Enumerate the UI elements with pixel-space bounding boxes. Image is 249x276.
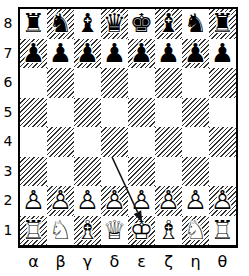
white-pawn-piece: ♟♙ bbox=[20, 186, 47, 216]
square-α8: ♜♜ bbox=[20, 9, 47, 39]
white-rook-piece: ♜♖ bbox=[20, 216, 47, 246]
square-η6 bbox=[182, 68, 209, 98]
white-knight-piece: ♞♘ bbox=[47, 216, 74, 246]
black-knight-piece: ♞♞ bbox=[47, 9, 74, 39]
square-α2: ♟♙ bbox=[20, 186, 47, 216]
white-pawn-piece: ♟♙ bbox=[128, 186, 155, 216]
rank-label-6: 6 bbox=[0, 68, 16, 98]
black-king-piece: ♚♚ bbox=[128, 9, 155, 39]
white-pawn-piece: ♟♙ bbox=[74, 186, 101, 216]
square-η7: ♟♟ bbox=[182, 39, 209, 69]
black-pawn-piece: ♟♟ bbox=[155, 39, 182, 69]
piece-glyph: ♞ bbox=[47, 9, 74, 39]
piece-glyph: ♙ bbox=[20, 186, 47, 216]
square-β3 bbox=[47, 157, 74, 187]
square-δ2: ♟♙ bbox=[101, 186, 128, 216]
white-bishop-piece: ♝♗ bbox=[74, 216, 101, 246]
piece-glyph: ♟ bbox=[47, 39, 74, 69]
piece-glyph: ♚ bbox=[128, 9, 155, 39]
piece-glyph: ♟ bbox=[101, 39, 128, 69]
square-ε1: ♚♔ bbox=[128, 216, 155, 246]
square-θ7: ♟♟ bbox=[209, 39, 236, 69]
black-pawn-piece: ♟♟ bbox=[182, 39, 209, 69]
square-α7: ♟♟ bbox=[20, 39, 47, 69]
file-label-η: η bbox=[182, 251, 209, 273]
square-η1: ♞♘ bbox=[182, 216, 209, 246]
piece-glyph: ♟ bbox=[128, 39, 155, 69]
piece-glyph: ♙ bbox=[128, 186, 155, 216]
square-δ8: ♛♛ bbox=[101, 9, 128, 39]
board-grid: ♜♜♞♞♝♝♛♛♚♚♝♝♞♞♜♜♟♟♟♟♟♟♟♟♟♟♟♟♟♟♟♟♟♙♟♙♟♙♟♙… bbox=[20, 9, 236, 245]
piece-glyph: ♘ bbox=[47, 216, 74, 246]
square-θ8: ♜♜ bbox=[209, 9, 236, 39]
square-η3 bbox=[182, 157, 209, 187]
file-labels: αβγδεζηθ bbox=[20, 251, 236, 273]
white-pawn-piece: ♟♙ bbox=[209, 186, 236, 216]
piece-glyph: ♟ bbox=[209, 39, 236, 69]
piece-glyph: ♖ bbox=[20, 216, 47, 246]
rank-label-8: 8 bbox=[0, 9, 16, 39]
square-ζ1: ♝♗ bbox=[155, 216, 182, 246]
square-ε5 bbox=[128, 98, 155, 128]
file-label-α: α bbox=[20, 251, 47, 273]
piece-glyph: ♜ bbox=[209, 9, 236, 39]
white-bishop-piece: ♝♗ bbox=[155, 216, 182, 246]
square-ζ7: ♟♟ bbox=[155, 39, 182, 69]
square-β1: ♞♘ bbox=[47, 216, 74, 246]
square-γ7: ♟♟ bbox=[74, 39, 101, 69]
square-β5 bbox=[47, 98, 74, 128]
white-queen-piece: ♛♕ bbox=[101, 216, 128, 246]
square-β2: ♟♙ bbox=[47, 186, 74, 216]
square-γ6 bbox=[74, 68, 101, 98]
black-bishop-piece: ♝♝ bbox=[155, 9, 182, 39]
square-ε2: ♟♙ bbox=[128, 186, 155, 216]
black-bishop-piece: ♝♝ bbox=[74, 9, 101, 39]
black-pawn-piece: ♟♟ bbox=[101, 39, 128, 69]
square-ε7: ♟♟ bbox=[128, 39, 155, 69]
square-θ2: ♟♙ bbox=[209, 186, 236, 216]
square-η2: ♟♙ bbox=[182, 186, 209, 216]
square-δ7: ♟♟ bbox=[101, 39, 128, 69]
square-β7: ♟♟ bbox=[47, 39, 74, 69]
piece-glyph: ♜ bbox=[20, 9, 47, 39]
white-pawn-piece: ♟♙ bbox=[101, 186, 128, 216]
piece-glyph: ♛ bbox=[101, 9, 128, 39]
square-α5 bbox=[20, 98, 47, 128]
piece-glyph: ♞ bbox=[182, 9, 209, 39]
piece-glyph: ♙ bbox=[47, 186, 74, 216]
square-β4 bbox=[47, 127, 74, 157]
square-ε4 bbox=[128, 127, 155, 157]
black-pawn-piece: ♟♟ bbox=[209, 39, 236, 69]
chess-board: ♜♜♞♞♝♝♛♛♚♚♝♝♞♞♜♜♟♟♟♟♟♟♟♟♟♟♟♟♟♟♟♟♟♙♟♙♟♙♟♙… bbox=[18, 7, 238, 248]
file-label-θ: θ bbox=[209, 251, 236, 273]
piece-glyph: ♔ bbox=[128, 216, 155, 246]
piece-glyph: ♟ bbox=[20, 39, 47, 69]
white-pawn-piece: ♟♙ bbox=[182, 186, 209, 216]
rank-labels: 87654321 bbox=[0, 9, 16, 245]
square-η5 bbox=[182, 98, 209, 128]
rank-label-3: 3 bbox=[0, 157, 16, 187]
piece-glyph: ♟ bbox=[182, 39, 209, 69]
black-pawn-piece: ♟♟ bbox=[20, 39, 47, 69]
piece-glyph: ♟ bbox=[74, 39, 101, 69]
piece-glyph: ♝ bbox=[74, 9, 101, 39]
square-α4 bbox=[20, 127, 47, 157]
rank-label-7: 7 bbox=[0, 39, 16, 69]
rank-label-5: 5 bbox=[0, 98, 16, 128]
rank-label-4: 4 bbox=[0, 127, 16, 157]
black-rook-piece: ♜♜ bbox=[209, 9, 236, 39]
piece-glyph: ♝ bbox=[155, 9, 182, 39]
black-queen-piece: ♛♛ bbox=[101, 9, 128, 39]
piece-glyph: ♙ bbox=[209, 186, 236, 216]
square-θ1: ♜♖ bbox=[209, 216, 236, 246]
piece-glyph: ♗ bbox=[155, 216, 182, 246]
square-η8: ♞♞ bbox=[182, 9, 209, 39]
square-β8: ♞♞ bbox=[47, 9, 74, 39]
square-η4 bbox=[182, 127, 209, 157]
piece-glyph: ♙ bbox=[101, 186, 128, 216]
black-rook-piece: ♜♜ bbox=[20, 9, 47, 39]
square-ζ5 bbox=[155, 98, 182, 128]
square-γ1: ♝♗ bbox=[74, 216, 101, 246]
square-δ6 bbox=[101, 68, 128, 98]
piece-glyph: ♘ bbox=[182, 216, 209, 246]
square-δ1: ♛♕ bbox=[101, 216, 128, 246]
square-α3 bbox=[20, 157, 47, 187]
white-knight-piece: ♞♘ bbox=[182, 216, 209, 246]
square-ε6 bbox=[128, 68, 155, 98]
square-δ4 bbox=[101, 127, 128, 157]
black-pawn-piece: ♟♟ bbox=[74, 39, 101, 69]
white-king-piece: ♚♔ bbox=[128, 216, 155, 246]
square-γ2: ♟♙ bbox=[74, 186, 101, 216]
piece-glyph: ♗ bbox=[74, 216, 101, 246]
black-knight-piece: ♞♞ bbox=[182, 9, 209, 39]
square-ζ6 bbox=[155, 68, 182, 98]
square-ζ2: ♟♙ bbox=[155, 186, 182, 216]
piece-glyph: ♟ bbox=[155, 39, 182, 69]
file-label-β: β bbox=[47, 251, 74, 273]
piece-glyph: ♕ bbox=[101, 216, 128, 246]
black-pawn-piece: ♟♟ bbox=[128, 39, 155, 69]
square-γ3 bbox=[74, 157, 101, 187]
piece-glyph: ♙ bbox=[74, 186, 101, 216]
file-label-ζ: ζ bbox=[155, 251, 182, 273]
chess-diagram: 87654321 ♜♜♞♞♝♝♛♛♚♚♝♝♞♞♜♜♟♟♟♟♟♟♟♟♟♟♟♟♟♟♟… bbox=[0, 0, 249, 276]
square-δ3 bbox=[101, 157, 128, 187]
square-θ3 bbox=[209, 157, 236, 187]
rank-label-2: 2 bbox=[0, 186, 16, 216]
rank-label-1: 1 bbox=[0, 216, 16, 246]
square-θ5 bbox=[209, 98, 236, 128]
square-ε8: ♚♚ bbox=[128, 9, 155, 39]
square-ζ3 bbox=[155, 157, 182, 187]
piece-glyph: ♙ bbox=[155, 186, 182, 216]
piece-glyph: ♙ bbox=[182, 186, 209, 216]
square-α6 bbox=[20, 68, 47, 98]
piece-glyph: ♖ bbox=[209, 216, 236, 246]
square-γ4 bbox=[74, 127, 101, 157]
file-label-ε: ε bbox=[128, 251, 155, 273]
file-label-γ: γ bbox=[74, 251, 101, 273]
black-pawn-piece: ♟♟ bbox=[47, 39, 74, 69]
white-rook-piece: ♜♖ bbox=[209, 216, 236, 246]
white-pawn-piece: ♟♙ bbox=[155, 186, 182, 216]
square-ζ4 bbox=[155, 127, 182, 157]
square-ζ8: ♝♝ bbox=[155, 9, 182, 39]
square-ε3 bbox=[128, 157, 155, 187]
file-label-δ: δ bbox=[101, 251, 128, 273]
square-α1: ♜♖ bbox=[20, 216, 47, 246]
square-β6 bbox=[47, 68, 74, 98]
square-γ5 bbox=[74, 98, 101, 128]
white-pawn-piece: ♟♙ bbox=[47, 186, 74, 216]
square-θ4 bbox=[209, 127, 236, 157]
square-δ5 bbox=[101, 98, 128, 128]
square-θ6 bbox=[209, 68, 236, 98]
square-γ8: ♝♝ bbox=[74, 9, 101, 39]
